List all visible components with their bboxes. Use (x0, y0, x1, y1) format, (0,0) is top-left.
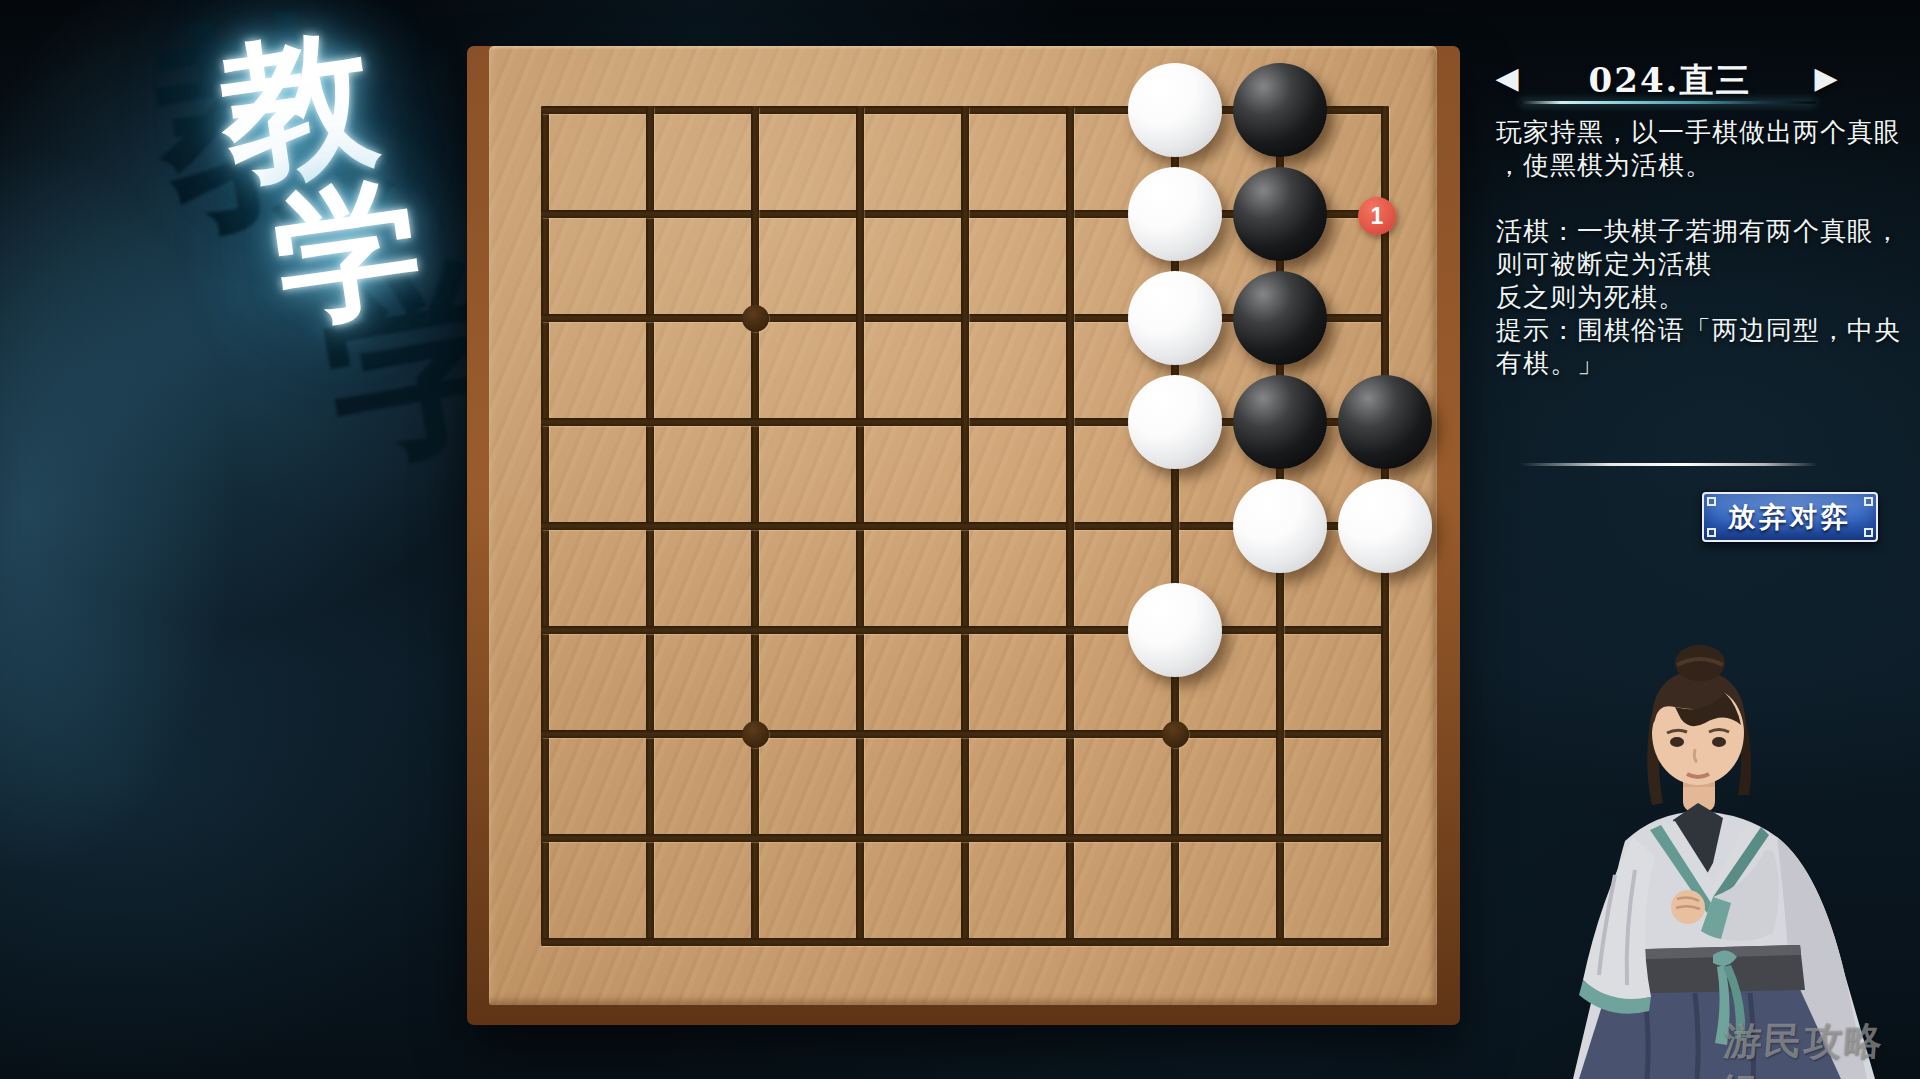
white-stone (1128, 63, 1222, 157)
panel-divider (1520, 463, 1818, 466)
white-stone (1128, 167, 1222, 261)
black-stone (1233, 167, 1327, 261)
grid-line-horizontal (541, 730, 1389, 738)
move-1-marker: 1 (1358, 197, 1396, 235)
give-up-game-button[interactable]: 放弃对弈 (1702, 492, 1878, 542)
go-board-wooden-base: 1 (467, 46, 1460, 1025)
go-board[interactable]: 1 (489, 46, 1437, 1005)
teaching-calligraphy: 教 学 教 学 (60, 0, 480, 470)
white-stone (1338, 479, 1432, 573)
white-stone (1128, 583, 1222, 677)
button-corner-ornament (1707, 528, 1716, 537)
calligraphy-glyph-bottom: 学 (267, 171, 430, 334)
prev-lesson-arrow[interactable]: ◀ (1487, 58, 1527, 98)
star-point (742, 305, 769, 332)
watermark-logo: 游民攻略组► (1718, 1016, 1920, 1079)
grid-line-vertical (1066, 106, 1074, 946)
black-stone (1233, 375, 1327, 469)
white-stone (1128, 271, 1222, 365)
grid-line-horizontal (541, 626, 1389, 634)
grid-line-horizontal (541, 938, 1389, 946)
black-stone (1338, 375, 1432, 469)
button-corner-ornament (1707, 497, 1716, 506)
character-illustration (1555, 645, 1920, 1079)
star-point (742, 721, 769, 748)
black-stone (1233, 271, 1327, 365)
title-divider (1520, 101, 1816, 104)
star-point (1162, 721, 1189, 748)
lesson-description: 玩家持黑，以一手棋做出两个真眼 ，使黑棋为活棋。 活棋：一块棋子若拥有两个真眼，… (1496, 116, 1920, 380)
white-stone (1128, 375, 1222, 469)
black-stone (1233, 63, 1327, 157)
white-stone (1233, 479, 1327, 573)
grid-line-horizontal (541, 834, 1389, 842)
lesson-title: 024.直三 (1525, 58, 1815, 104)
button-corner-ornament (1864, 497, 1873, 506)
give-up-button-label: 放弃对弈 (1728, 499, 1852, 535)
button-corner-ornament (1864, 528, 1873, 537)
watermark-text: 游民攻略组 (1719, 1018, 1886, 1079)
next-lesson-arrow[interactable]: ▶ (1806, 58, 1846, 98)
